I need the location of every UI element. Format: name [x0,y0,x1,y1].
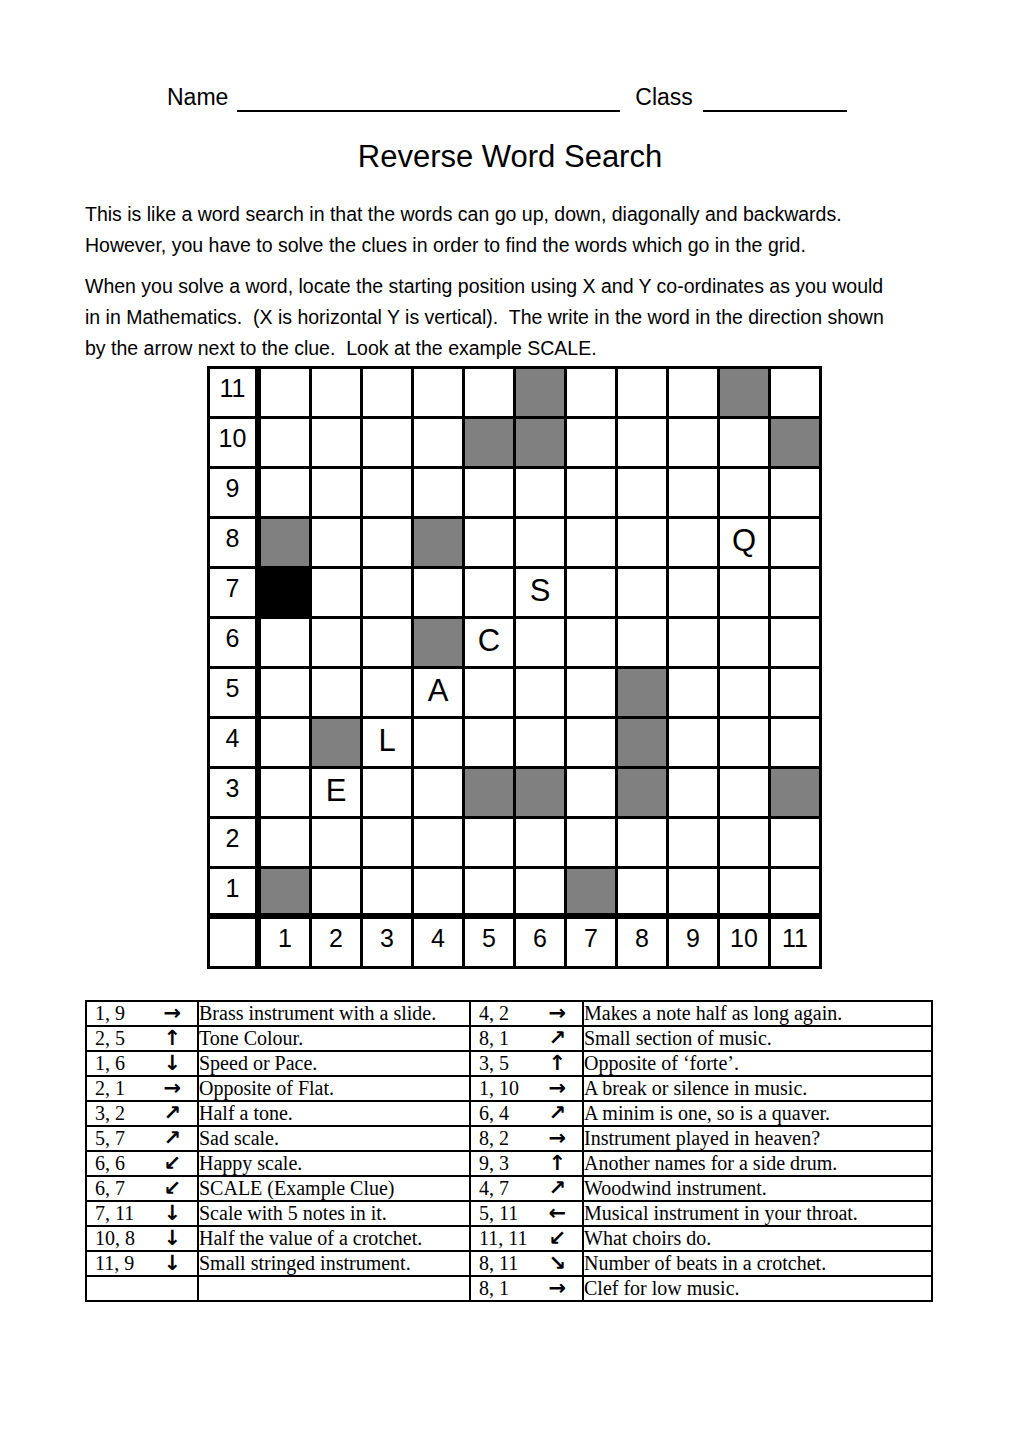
clue-row-2: 2, 5↑Tone Colour.8, 1↗Small section of m… [86,1026,932,1051]
grid-cell-x8-y5[interactable] [618,669,669,719]
arrow-right-icon: → [163,1078,181,1099]
grid-cell-x4-y5[interactable]: A [414,669,465,719]
grid-cell-x3-y8[interactable] [363,519,414,569]
grid-cell-x1-y3[interactable] [261,769,312,819]
clue-coordinate: 8, 1 [479,1027,509,1050]
grid-cell-x2-y5[interactable] [312,669,363,719]
grid-cell-x1-y10[interactable] [261,419,312,469]
grid-cell-x11-y11[interactable] [771,369,822,419]
arrow-up-icon: ↑ [548,1053,566,1074]
grid-cell-x1-y9[interactable] [261,469,312,519]
grid-cell-x8-y7[interactable] [618,569,669,619]
instructions-line: by the arrow next to the clue. Look at t… [85,333,884,364]
grid-cell-x5-y9[interactable] [465,469,516,519]
grid-cell-x7-y7[interactable] [567,569,618,619]
grid-cell-x6-y3[interactable] [516,769,567,819]
grid-cell-x10-y4[interactable] [720,719,771,769]
name-blank-line[interactable] [237,82,620,112]
grid-cell-x6-y1[interactable] [516,869,567,919]
row-label-1: 1 [210,869,261,919]
row-label-5: 5 [210,669,261,719]
clue-coordinate-cell: 4, 2→ [470,1001,583,1026]
clue-coordinate: 5, 11 [479,1202,518,1225]
grid-cell-x4-y4[interactable] [414,719,465,769]
grid-cell-x4-y11[interactable] [414,369,465,419]
grid-cell-x6-y2[interactable] [516,819,567,869]
clue-row-4: 2, 1→Opposite of Flat.1, 10→A break or s… [86,1076,932,1101]
arrow-down-left-icon: ↙ [163,1153,181,1174]
clue-text: A minim is one, so is a quaver. [583,1101,932,1126]
arrow-up-right-icon: ↗ [548,1178,566,1199]
clue-coordinate: 1, 9 [95,1002,125,1025]
grid-cell-x2-y3[interactable]: E [312,769,363,819]
clue-text: SCALE (Example Clue) [198,1176,470,1201]
grid-cell-x10-y10[interactable] [720,419,771,469]
grid-cell-x4-y7[interactable] [414,569,465,619]
grid-cell-x10-y5[interactable] [720,669,771,719]
clue-coordinate-cell: 8, 2→ [470,1126,583,1151]
grid-cell-x6-y10[interactable] [516,419,567,469]
arrow-down-icon: ↓ [163,1203,181,1224]
grid-cell-x5-y7[interactable] [465,569,516,619]
clue-coordinate: 8, 1 [479,1277,509,1300]
col-label-10: 10 [720,919,771,969]
grid-cell-x11-y6[interactable] [771,619,822,669]
grid-cell-x10-y1[interactable] [720,869,771,919]
grid-cell-x8-y4[interactable] [618,719,669,769]
instructions-line: This is like a word search in that the w… [85,199,842,230]
row-label-10: 10 [210,419,261,469]
clue-text: Small section of music. [583,1026,932,1051]
clue-coordinate: 11, 9 [95,1252,134,1275]
clue-text: Number of beats in a crotchet. [583,1251,932,1276]
clue-coordinate-cell: 2, 1→ [86,1076,198,1101]
row-label-2: 2 [210,819,261,869]
grid-cell-x9-y5[interactable] [669,669,720,719]
clue-row-3: 1, 6↓Speed or Pace.3, 5↑Opposite of ‘for… [86,1051,932,1076]
col-label-6: 6 [516,919,567,969]
arrow-up-right-icon: ↗ [548,1103,566,1124]
grid-cell-x3-y5[interactable] [363,669,414,719]
grid-cell-x6-y9[interactable] [516,469,567,519]
clue-coordinate-cell: 5, 7↗ [86,1126,198,1151]
instructions-paragraph-1: This is like a word search in that the w… [85,199,842,261]
clue-text: Sad scale. [198,1126,470,1151]
grid-cell-x1-y6[interactable] [261,619,312,669]
clue-coordinate-cell: 8, 11↘ [470,1251,583,1276]
clue-coordinate: 4, 7 [479,1177,509,1200]
name-label: Name [167,82,228,112]
grid-cell-x9-y1[interactable] [669,869,720,919]
clue-row-5: 3, 2↗Half a tone.6, 4↗A minim is one, so… [86,1101,932,1126]
arrow-down-right-icon: ↘ [548,1253,566,1274]
grid-cell-x7-y2[interactable] [567,819,618,869]
grid-cell-x3-y3[interactable] [363,769,414,819]
grid-cell-x11-y3[interactable] [771,769,822,819]
row-label-4: 4 [210,719,261,769]
grid-cell-x9-y4[interactable] [669,719,720,769]
grid-cell-x9-y11[interactable] [669,369,720,419]
clue-text: What choirs do. [583,1226,932,1251]
grid-cell-x10-y8[interactable]: Q [720,519,771,569]
arrow-left-icon: ← [548,1203,566,1224]
grid-cell-x5-y4[interactable] [465,719,516,769]
clue-text: Another names for a side drum. [583,1151,932,1176]
clue-coordinate-cell: 8, 1↗ [470,1026,583,1051]
arrow-up-right-icon: ↗ [163,1128,181,1149]
instructions-line: When you solve a word, locate the starti… [85,271,884,302]
clue-coordinate: 6, 6 [95,1152,125,1175]
page-title: Reverse Word Search [0,139,1020,175]
clue-row-11: 11, 9↓Small stringed instrument.8, 11↘Nu… [86,1251,932,1276]
grid-cell-x10-y7[interactable] [720,569,771,619]
grid-cell-x5-y6[interactable]: C [465,619,516,669]
clue-coordinate-cell: 1, 9→ [86,1001,198,1026]
grid-cell-x2-y6[interactable] [312,619,363,669]
grid-cell-x2-y10[interactable] [312,419,363,469]
grid-cell-x2-y11[interactable] [312,369,363,419]
clue-coordinate-cell: 6, 7↙ [86,1176,198,1201]
col-label-3: 3 [363,919,414,969]
grid-cell-x7-y9[interactable] [567,469,618,519]
grid-cell-x5-y10[interactable] [465,419,516,469]
clue-text: Opposite of Flat. [198,1076,470,1101]
clue-coordinate: 1, 6 [95,1052,125,1075]
clue-coordinate: 8, 11 [479,1252,518,1275]
row-label-3: 3 [210,769,261,819]
arrow-down-left-icon: ↙ [548,1228,566,1249]
grid-cell-x11-y8[interactable] [771,519,822,569]
clue-text: Half the value of a crotchet. [198,1226,470,1251]
grid-cell-x2-y2[interactable] [312,819,363,869]
grid-cell-x10-y6[interactable] [720,619,771,669]
clue-coordinate: 6, 4 [479,1102,509,1125]
col-label-7: 7 [567,919,618,969]
arrow-right-icon: → [548,1278,566,1299]
grid-cell-x7-y6[interactable] [567,619,618,669]
grid-cell-x5-y5[interactable] [465,669,516,719]
grid-cell-x4-y8[interactable] [414,519,465,569]
grid-cell-x2-y4[interactable] [312,719,363,769]
grid-cell-x6-y7[interactable]: S [516,569,567,619]
grid-cell-x1-y7[interactable] [261,569,312,619]
grid-cell-x7-y1[interactable] [567,869,618,919]
grid-cell-x11-y10[interactable] [771,419,822,469]
grid-cell-x3-y9[interactable] [363,469,414,519]
grid-cell-x7-y3[interactable] [567,769,618,819]
clue-text: Opposite of ‘forte’. [583,1051,932,1076]
arrow-up-right-icon: ↗ [548,1028,566,1049]
clue-row-12: 8, 1→Clef for low music. [86,1276,932,1301]
col-label-9: 9 [669,919,720,969]
clue-coordinate: 1, 10 [479,1077,519,1100]
instructions-line: in in Mathematics. (X is horizontal Y is… [85,302,884,333]
grid-cell-x2-y8[interactable] [312,519,363,569]
grid-cell-x8-y1[interactable] [618,869,669,919]
clue-row-9: 7, 11↓Scale with 5 notes in it.5, 11←Mus… [86,1201,932,1226]
clue-text: Half a tone. [198,1101,470,1126]
grid-cell-x6-y8[interactable] [516,519,567,569]
clue-coordinate: 11, 11 [479,1227,528,1250]
grid-cell-x4-y1[interactable] [414,869,465,919]
row-label-9: 9 [210,469,261,519]
grid-cell-x2-y1[interactable] [312,869,363,919]
grid-cell-x4-y10[interactable] [414,419,465,469]
arrow-down-icon: ↓ [163,1253,181,1274]
grid-cell-x7-y10[interactable] [567,419,618,469]
grid-cell-x7-y8[interactable] [567,519,618,569]
clue-coordinate-cell: 2, 5↑ [86,1026,198,1051]
instructions-paragraph-2: When you solve a word, locate the starti… [85,271,884,364]
instructions-line: However, you have to solve the clues in … [85,230,842,261]
clue-coordinate-cell: 8, 1→ [470,1276,583,1301]
clue-coordinate-cell: 1, 6↓ [86,1051,198,1076]
grid-cell-x4-y9[interactable] [414,469,465,519]
grid-cell-x7-y11[interactable] [567,369,618,419]
clue-coordinate-cell: 1, 10→ [470,1076,583,1101]
grid-cell-x8-y10[interactable] [618,419,669,469]
class-label: Class [635,82,693,112]
arrow-down-left-icon: ↙ [163,1178,181,1199]
clue-coordinate-cell [86,1276,198,1301]
clue-text: Brass instrument with a slide. [198,1001,470,1026]
col-label-8: 8 [618,919,669,969]
grid-cell-x1-y2[interactable] [261,819,312,869]
grid-cell-x10-y3[interactable] [720,769,771,819]
row-label-11: 11 [210,369,261,419]
clue-coordinate-cell: 6, 4↗ [470,1101,583,1126]
arrow-up-right-icon: ↗ [163,1103,181,1124]
clue-text: Tone Colour. [198,1026,470,1051]
clue-coordinate: 2, 5 [95,1027,125,1050]
grid-cell-x6-y6[interactable] [516,619,567,669]
row-label-7: 7 [210,569,261,619]
clue-text: Makes a note half as long again. [583,1001,932,1026]
clue-text: Scale with 5 notes in it. [198,1201,470,1226]
grid-cell-x8-y8[interactable] [618,519,669,569]
grid-cell-x5-y8[interactable] [465,519,516,569]
grid-cell-x4-y6[interactable] [414,619,465,669]
arrow-right-icon: → [548,1128,566,1149]
grid-cell-x6-y4[interactable] [516,719,567,769]
clue-coordinate-cell: 3, 5↑ [470,1051,583,1076]
grid-cell-x4-y2[interactable] [414,819,465,869]
grid-cell-x9-y2[interactable] [669,819,720,869]
grid-cell-x9-y6[interactable] [669,619,720,669]
grid-cell-x8-y6[interactable] [618,619,669,669]
clue-coordinate-cell: 11, 11↙ [470,1226,583,1251]
grid-cell-x8-y3[interactable] [618,769,669,819]
grid-cell-x9-y3[interactable] [669,769,720,819]
clue-coordinate: 7, 11 [95,1202,134,1225]
clue-row-10: 10, 8↓Half the value of a crotchet.11, 1… [86,1226,932,1251]
grid-cell-x8-y11[interactable] [618,369,669,419]
grid-cell-x3-y7[interactable] [363,569,414,619]
clue-row-6: 5, 7↗Sad scale.8, 2→Instrument played in… [86,1126,932,1151]
grid-cell-x9-y7[interactable] [669,569,720,619]
grid-cell-x5-y3[interactable] [465,769,516,819]
clue-text: Speed or Pace. [198,1051,470,1076]
clue-coordinate: 9, 3 [479,1152,509,1175]
clue-coordinate: 6, 7 [95,1177,125,1200]
clue-text: Clef for low music. [583,1276,932,1301]
clue-coordinate: 3, 2 [95,1102,125,1125]
arrow-up-icon: ↑ [163,1028,181,1049]
clue-text [198,1276,470,1301]
puzzle-grid: 111098Q7S6C5A4L3E211234567891011 [207,366,822,969]
row-label-8: 8 [210,519,261,569]
clue-coordinate: 2, 1 [95,1077,125,1100]
grid-cell-x10-y2[interactable] [720,819,771,869]
arrow-right-icon: → [163,1003,181,1024]
grid-cell-x11-y9[interactable] [771,469,822,519]
grid-cell-x6-y11[interactable] [516,369,567,419]
grid-cell-x9-y10[interactable] [669,419,720,469]
clue-row-8: 6, 7↙SCALE (Example Clue)4, 7↗Woodwind i… [86,1176,932,1201]
grid-cell-x3-y11[interactable] [363,369,414,419]
grid-cell-x4-y3[interactable] [414,769,465,819]
grid-cell-x6-y5[interactable] [516,669,567,719]
clue-text: Happy scale. [198,1151,470,1176]
arrow-right-icon: → [548,1003,566,1024]
clue-coordinate-cell: 4, 7↗ [470,1176,583,1201]
clue-coordinate-cell: 6, 6↙ [86,1151,198,1176]
clue-coordinate: 10, 8 [95,1227,135,1250]
grid-cell-x10-y11[interactable] [720,369,771,419]
grid-cell-x8-y9[interactable] [618,469,669,519]
grid-cell-x3-y1[interactable] [363,869,414,919]
grid-cell-x11-y5[interactable] [771,669,822,719]
grid-cell-x3-y4[interactable]: L [363,719,414,769]
row-label-6: 6 [210,619,261,669]
clue-row-1: 1, 9→Brass instrument with a slide.4, 2→… [86,1001,932,1026]
grid-cell-x9-y8[interactable] [669,519,720,569]
grid-cell-x11-y4[interactable] [771,719,822,769]
clue-text: Instrument played in heaven? [583,1126,932,1151]
worksheet-page: Name Class Reverse Word Search This is l… [0,0,1020,1443]
col-label-5: 5 [465,919,516,969]
clue-coordinate-cell: 7, 11↓ [86,1201,198,1226]
grid-cell-x1-y1[interactable] [261,869,312,919]
clue-coordinate: 4, 2 [479,1002,509,1025]
grid-cell-x11-y2[interactable] [771,819,822,869]
grid-cell-x9-y9[interactable] [669,469,720,519]
clue-row-7: 6, 6↙Happy scale.9, 3↑Another names for … [86,1151,932,1176]
grid-cell-x2-y7[interactable] [312,569,363,619]
clue-coordinate-cell: 11, 9↓ [86,1251,198,1276]
grid-cell-x3-y6[interactable] [363,619,414,669]
grid-cell-x7-y4[interactable] [567,719,618,769]
grid-cell-x3-y2[interactable] [363,819,414,869]
grid-corner-cell [210,919,261,969]
clue-text: A break or silence in music. [583,1076,932,1101]
arrow-up-icon: ↑ [548,1153,566,1174]
clue-coordinate-cell: 10, 8↓ [86,1226,198,1251]
col-label-2: 2 [312,919,363,969]
clue-coordinate-cell: 9, 3↑ [470,1151,583,1176]
grid-cell-x1-y5[interactable] [261,669,312,719]
grid-cell-x1-y8[interactable] [261,519,312,569]
col-label-1: 1 [261,919,312,969]
grid-cell-x2-y9[interactable] [312,469,363,519]
arrow-down-icon: ↓ [163,1228,181,1249]
grid-cell-x3-y10[interactable] [363,419,414,469]
clue-coordinate: 3, 5 [479,1052,509,1075]
class-blank-line[interactable] [703,82,847,112]
clue-text: Woodwind instrument. [583,1176,932,1201]
name-class-line: Name Class [167,82,847,112]
clue-text: Small stringed instrument. [198,1251,470,1276]
grid-cell-x10-y9[interactable] [720,469,771,519]
grid-cell-x11-y7[interactable] [771,569,822,619]
clue-table: 1, 9→Brass instrument with a slide.4, 2→… [85,1000,933,1302]
grid-cell-x1-y11[interactable] [261,369,312,419]
col-label-11: 11 [771,919,822,969]
clue-coordinate-cell: 5, 11← [470,1201,583,1226]
col-label-4: 4 [414,919,465,969]
grid-cell-x5-y1[interactable] [465,869,516,919]
grid-cell-x11-y1[interactable] [771,869,822,919]
grid-cell-x5-y11[interactable] [465,369,516,419]
arrow-right-icon: → [548,1078,566,1099]
grid-cell-x8-y2[interactable] [618,819,669,869]
arrow-down-icon: ↓ [163,1053,181,1074]
clue-coordinate: 5, 7 [95,1127,125,1150]
clue-coordinate: 8, 2 [479,1127,509,1150]
clue-coordinate-cell: 3, 2↗ [86,1101,198,1126]
grid-cell-x1-y4[interactable] [261,719,312,769]
grid-cell-x7-y5[interactable] [567,669,618,719]
grid-cell-x5-y2[interactable] [465,819,516,869]
clue-text: Musical instrument in your throat. [583,1201,932,1226]
